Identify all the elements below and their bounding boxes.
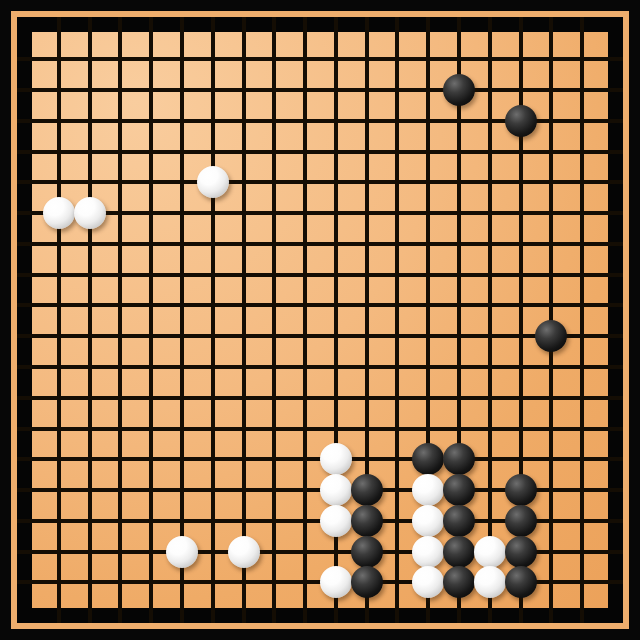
white-stone [228, 536, 260, 568]
grid-line-horizontal [17, 427, 623, 431]
white-stone [474, 536, 506, 568]
black-stone [505, 566, 537, 598]
black-stone [443, 505, 475, 537]
grid-line-vertical [211, 17, 215, 623]
black-stone [505, 505, 537, 537]
grid-line-vertical [149, 17, 153, 623]
black-stone [351, 505, 383, 537]
black-stone [443, 536, 475, 568]
go-board-window [0, 0, 640, 640]
white-stone [320, 505, 352, 537]
white-stone [166, 536, 198, 568]
grid-line-horizontal [17, 334, 623, 338]
grid-line-horizontal [17, 273, 623, 277]
black-stone [505, 474, 537, 506]
grid-line-vertical [272, 17, 276, 623]
grid-line-vertical [57, 17, 61, 623]
black-stone [443, 74, 475, 106]
white-stone [412, 505, 444, 537]
grid-line-horizontal [17, 180, 623, 184]
grid-line-horizontal [17, 242, 623, 246]
white-stone [74, 197, 106, 229]
grid-line-horizontal [17, 365, 623, 369]
grid-line-horizontal [17, 303, 623, 307]
black-stone [505, 536, 537, 568]
grid-line-vertical [303, 17, 307, 623]
white-stone [474, 566, 506, 598]
grid-line-vertical [88, 17, 92, 623]
grid-line-horizontal [17, 396, 623, 400]
grid-line-vertical [242, 17, 246, 623]
grid-line-horizontal [17, 211, 623, 215]
grid-line-vertical [488, 17, 492, 623]
grid-line-vertical [580, 17, 584, 623]
grid-line-horizontal [17, 57, 623, 61]
black-stone [505, 105, 537, 137]
grid-line-horizontal [17, 88, 623, 92]
grid-line-vertical [180, 17, 184, 623]
white-stone [320, 443, 352, 475]
black-stone [351, 474, 383, 506]
black-stone [351, 566, 383, 598]
black-stone [351, 536, 383, 568]
white-stone [197, 166, 229, 198]
grid-line-horizontal [17, 150, 623, 154]
white-stone [320, 474, 352, 506]
black-stone [443, 474, 475, 506]
grid-line-vertical [395, 17, 399, 623]
grid-line-vertical [118, 17, 122, 623]
white-stone [412, 536, 444, 568]
white-stone [43, 197, 75, 229]
